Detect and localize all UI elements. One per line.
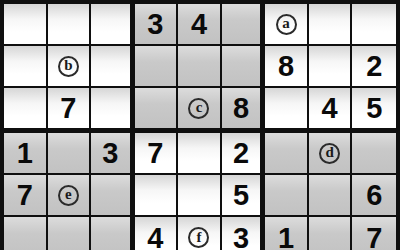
cell-r2c3[interactable] (91, 46, 135, 88)
given-digit: 8 (233, 93, 249, 123)
cell-r4c2[interactable] (48, 133, 92, 175)
cell-r4c5[interactable] (178, 133, 222, 175)
circled-letter-e: e (58, 185, 79, 206)
cell-r2c4[interactable] (135, 46, 179, 88)
cell-r3c6[interactable]: 8 (222, 88, 266, 133)
given-digit: 1 (278, 223, 294, 250)
circled-letter-f: f (188, 227, 209, 248)
cell-r3c4[interactable] (135, 88, 179, 133)
given-digit: 3 (147, 9, 163, 39)
cell-r3c7[interactable] (265, 88, 309, 133)
given-digit: 7 (60, 93, 76, 123)
sudoku-screenshot: 34ab827c8451372d7e564f317 (0, 0, 400, 250)
given-digit: 7 (366, 223, 382, 250)
given-digit: 4 (147, 223, 163, 250)
cell-r2c5[interactable] (178, 46, 222, 88)
given-digit: 3 (233, 223, 249, 250)
cell-r4c1[interactable]: 1 (4, 133, 48, 175)
cell-r1c3[interactable] (91, 4, 135, 46)
cell-r3c5[interactable]: c (178, 88, 222, 133)
cell-r3c1[interactable] (4, 88, 48, 133)
cell-r6c6[interactable]: 3 (222, 217, 266, 250)
cell-r6c7[interactable]: 1 (265, 217, 309, 250)
cell-r1c5[interactable]: 4 (178, 4, 222, 46)
cell-r3c2[interactable]: 7 (48, 88, 92, 133)
given-digit: 2 (233, 138, 249, 168)
cell-r6c1[interactable] (4, 217, 48, 250)
given-digit: 8 (278, 51, 294, 81)
cell-r4c8[interactable]: d (309, 133, 353, 175)
cell-r5c4[interactable] (135, 175, 179, 217)
cell-r4c4[interactable]: 7 (135, 133, 179, 175)
cell-r5c7[interactable] (265, 175, 309, 217)
cell-r2c7[interactable]: 8 (265, 46, 309, 88)
cell-r1c2[interactable] (48, 4, 92, 46)
cell-r6c9[interactable]: 7 (352, 217, 396, 250)
sudoku-grid: 34ab827c8451372d7e564f317 (4, 4, 396, 250)
cell-r1c4[interactable]: 3 (135, 4, 179, 46)
cell-r5c9[interactable]: 6 (352, 175, 396, 217)
given-digit: 7 (17, 180, 33, 210)
circled-letter-d: d (319, 143, 340, 164)
cell-r1c1[interactable] (4, 4, 48, 46)
given-digit: 1 (17, 138, 33, 168)
given-digit: 2 (366, 51, 382, 81)
cell-r6c2[interactable] (48, 217, 92, 250)
cell-r3c3[interactable] (91, 88, 135, 133)
given-digit: 3 (102, 138, 118, 168)
cell-r5c8[interactable] (309, 175, 353, 217)
cell-r6c5[interactable]: f (178, 217, 222, 250)
cell-r4c3[interactable]: 3 (91, 133, 135, 175)
given-digit: 7 (147, 138, 163, 168)
cell-r4c6[interactable]: 2 (222, 133, 266, 175)
cell-r3c9[interactable]: 5 (352, 88, 396, 133)
cell-r2c6[interactable] (222, 46, 266, 88)
cell-r2c9[interactable]: 2 (352, 46, 396, 88)
cell-r6c4[interactable]: 4 (135, 217, 179, 250)
given-digit: 4 (322, 93, 338, 123)
cell-r5c2[interactable]: e (48, 175, 92, 217)
cell-r6c8[interactable] (309, 217, 353, 250)
cell-r1c6[interactable] (222, 4, 266, 46)
cell-r2c8[interactable] (309, 46, 353, 88)
cell-r5c3[interactable] (91, 175, 135, 217)
given-digit: 5 (233, 180, 249, 210)
cell-r4c7[interactable] (265, 133, 309, 175)
cell-r5c5[interactable] (178, 175, 222, 217)
cell-r4c9[interactable] (352, 133, 396, 175)
cell-r2c2[interactable]: b (48, 46, 92, 88)
circled-letter-c: c (188, 98, 209, 119)
cell-r1c7[interactable]: a (265, 4, 309, 46)
cell-r6c3[interactable] (91, 217, 135, 250)
cell-r1c9[interactable] (352, 4, 396, 46)
cell-r5c1[interactable]: 7 (4, 175, 48, 217)
cell-r3c8[interactable]: 4 (309, 88, 353, 133)
circled-letter-b: b (58, 56, 79, 77)
cell-r1c8[interactable] (309, 4, 353, 46)
given-digit: 4 (191, 9, 207, 39)
cell-r5c6[interactable]: 5 (222, 175, 266, 217)
sudoku-board: 34ab827c8451372d7e564f317 (0, 0, 400, 250)
circled-letter-a: a (276, 14, 297, 35)
given-digit: 6 (366, 180, 382, 210)
given-digit: 5 (366, 93, 382, 123)
cell-r2c1[interactable] (4, 46, 48, 88)
